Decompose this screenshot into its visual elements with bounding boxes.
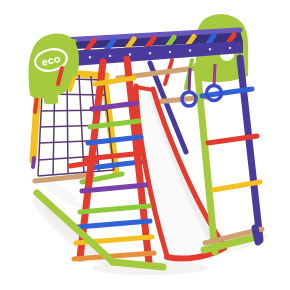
ring-strap: [214, 64, 215, 87]
right-ladder-purple-rail: [240, 58, 260, 240]
ladder-rung: [78, 221, 150, 227]
net-post-red-band: [35, 96, 37, 112]
floor-rail-front: [113, 262, 163, 267]
purple-post-foot: [255, 228, 258, 242]
play-gym: eco: [0, 0, 290, 290]
eco-logo-panel: eco: [29, 34, 79, 104]
ladder-rung: [80, 206, 149, 212]
product-photo: eco: [0, 0, 290, 290]
net-post-purple-band: [33, 158, 34, 167]
ring-strap: [189, 68, 190, 93]
